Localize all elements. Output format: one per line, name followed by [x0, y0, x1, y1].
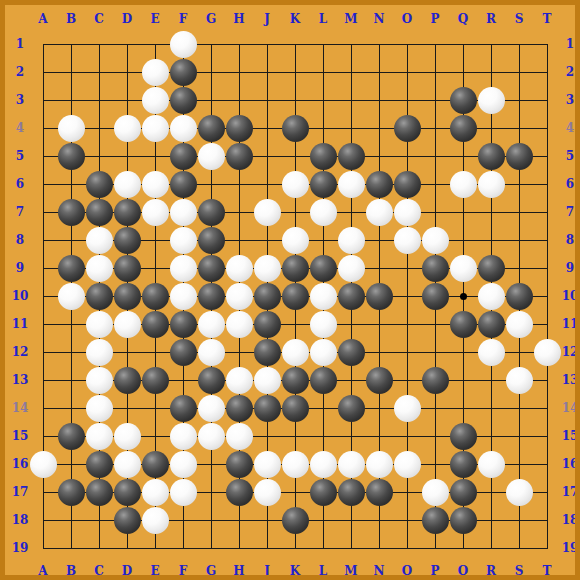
coord-label: 3	[566, 93, 574, 107]
black-stone[interactable]	[394, 115, 421, 142]
black-stone[interactable]	[338, 339, 365, 366]
white-stone[interactable]	[86, 339, 113, 366]
coord-label: 10	[12, 289, 29, 303]
white-stone[interactable]	[394, 395, 421, 422]
black-stone[interactable]	[282, 507, 309, 534]
coord-label: 16	[12, 457, 29, 471]
white-stone[interactable]	[170, 31, 197, 58]
black-stone[interactable]	[366, 171, 393, 198]
white-stone[interactable]	[282, 451, 309, 478]
coord-label: L	[319, 564, 327, 578]
black-stone[interactable]	[142, 451, 169, 478]
coord-label: 5	[566, 149, 574, 163]
black-stone[interactable]	[310, 171, 337, 198]
white-stone[interactable]	[86, 367, 113, 394]
black-stone[interactable]	[86, 451, 113, 478]
black-stone[interactable]	[450, 311, 477, 338]
white-stone[interactable]	[506, 479, 533, 506]
white-stone[interactable]	[226, 367, 253, 394]
black-stone[interactable]	[254, 395, 281, 422]
coord-label: 19	[12, 541, 29, 555]
white-stone[interactable]	[422, 227, 449, 254]
white-stone[interactable]	[422, 479, 449, 506]
black-stone[interactable]	[170, 143, 197, 170]
black-stone[interactable]	[310, 367, 337, 394]
coord-label: F	[179, 12, 188, 26]
white-stone[interactable]	[394, 199, 421, 226]
coord-label: M	[344, 12, 357, 26]
coord-label: C	[94, 12, 104, 26]
black-stone[interactable]	[310, 255, 337, 282]
black-stone[interactable]	[58, 255, 85, 282]
coord-label: N	[374, 12, 385, 26]
coord-label: S	[515, 12, 524, 26]
coord-label: G	[206, 12, 216, 26]
coord-label: 1	[566, 37, 574, 51]
black-stone[interactable]	[254, 339, 281, 366]
white-stone[interactable]	[86, 227, 113, 254]
white-stone[interactable]	[170, 255, 197, 282]
black-stone[interactable]	[310, 143, 337, 170]
white-stone[interactable]	[58, 115, 85, 142]
star-point[interactable]	[460, 293, 467, 300]
white-stone[interactable]	[254, 199, 281, 226]
coord-label: Q	[458, 564, 468, 578]
black-stone[interactable]	[114, 283, 141, 310]
white-stone[interactable]	[86, 395, 113, 422]
white-stone[interactable]	[282, 339, 309, 366]
white-stone[interactable]	[142, 59, 169, 86]
white-stone[interactable]	[170, 227, 197, 254]
coord-label: 12	[12, 345, 29, 359]
black-stone[interactable]	[86, 479, 113, 506]
white-stone[interactable]	[534, 339, 561, 366]
white-stone[interactable]	[142, 479, 169, 506]
white-stone[interactable]	[114, 423, 141, 450]
black-stone[interactable]	[226, 395, 253, 422]
coord-label: S	[515, 564, 524, 578]
black-stone[interactable]	[86, 199, 113, 226]
black-stone[interactable]	[282, 367, 309, 394]
white-stone[interactable]	[254, 451, 281, 478]
white-stone[interactable]	[142, 115, 169, 142]
coord-label: L	[319, 12, 327, 26]
white-stone[interactable]	[114, 171, 141, 198]
white-stone[interactable]	[478, 451, 505, 478]
black-stone[interactable]	[170, 87, 197, 114]
coord-label: R	[486, 564, 496, 578]
black-stone[interactable]	[170, 339, 197, 366]
coord-label: 2	[566, 65, 574, 79]
go-board-window: AABBCCDDEEFFGGHHJJKKLLMMNNOOPPQQRRSSTT11…	[0, 0, 580, 580]
white-stone[interactable]	[86, 311, 113, 338]
black-stone[interactable]	[254, 283, 281, 310]
white-stone[interactable]	[478, 339, 505, 366]
black-stone[interactable]	[450, 507, 477, 534]
black-stone[interactable]	[198, 367, 225, 394]
coord-label: 3	[16, 93, 24, 107]
black-stone[interactable]	[114, 227, 141, 254]
black-stone[interactable]	[450, 87, 477, 114]
white-stone[interactable]	[142, 87, 169, 114]
black-stone[interactable]	[114, 507, 141, 534]
white-stone[interactable]	[114, 451, 141, 478]
white-stone[interactable]	[506, 367, 533, 394]
white-stone[interactable]	[86, 255, 113, 282]
coord-label: B	[66, 12, 76, 26]
coord-label: 16	[562, 457, 579, 471]
coord-label: N	[374, 564, 385, 578]
coord-label: 11	[12, 317, 29, 331]
coord-label: 15	[562, 429, 579, 443]
white-stone[interactable]	[142, 171, 169, 198]
black-stone[interactable]	[366, 283, 393, 310]
coord-label: D	[122, 12, 132, 26]
white-stone[interactable]	[114, 311, 141, 338]
coord-label: 13	[562, 373, 579, 387]
coord-label: 1	[16, 37, 24, 51]
coord-label: 19	[562, 541, 579, 555]
black-stone[interactable]	[450, 423, 477, 450]
white-stone[interactable]	[310, 283, 337, 310]
coord-label: 14	[12, 401, 29, 415]
black-stone[interactable]	[198, 199, 225, 226]
coord-label: 2	[16, 65, 24, 79]
white-stone[interactable]	[198, 395, 225, 422]
coord-label: 13	[12, 373, 29, 387]
white-stone[interactable]	[142, 199, 169, 226]
white-stone[interactable]	[170, 115, 197, 142]
coord-label: P	[430, 564, 439, 578]
white-stone[interactable]	[226, 255, 253, 282]
coord-label: H	[233, 564, 244, 578]
black-stone[interactable]	[170, 311, 197, 338]
black-stone[interactable]	[422, 507, 449, 534]
coord-label: R	[486, 12, 496, 26]
white-stone[interactable]	[478, 171, 505, 198]
coord-label: K	[290, 12, 300, 26]
black-stone[interactable]	[86, 283, 113, 310]
coord-label: D	[122, 564, 132, 578]
coord-label: O	[402, 564, 412, 578]
coord-label: 6	[16, 177, 24, 191]
coord-label: F	[179, 564, 188, 578]
black-stone[interactable]	[450, 479, 477, 506]
white-stone[interactable]	[338, 255, 365, 282]
black-stone[interactable]	[450, 451, 477, 478]
white-stone[interactable]	[338, 451, 365, 478]
black-stone[interactable]	[422, 367, 449, 394]
black-stone[interactable]	[198, 255, 225, 282]
coord-label: 6	[566, 177, 574, 191]
white-stone[interactable]	[450, 171, 477, 198]
black-stone[interactable]	[366, 479, 393, 506]
grid-line	[547, 44, 548, 549]
black-stone[interactable]	[338, 479, 365, 506]
white-stone[interactable]	[198, 311, 225, 338]
coord-label: T	[543, 12, 552, 26]
white-stone[interactable]	[506, 311, 533, 338]
white-stone[interactable]	[170, 423, 197, 450]
white-stone[interactable]	[198, 423, 225, 450]
grid-line	[43, 548, 548, 549]
black-stone[interactable]	[226, 115, 253, 142]
coord-label: 12	[562, 345, 579, 359]
coord-label: 9	[16, 261, 24, 275]
black-stone[interactable]	[226, 451, 253, 478]
black-stone[interactable]	[422, 255, 449, 282]
coord-label: 5	[16, 149, 24, 163]
white-stone[interactable]	[282, 227, 309, 254]
coord-label: A	[38, 12, 47, 26]
black-stone[interactable]	[58, 143, 85, 170]
coord-label: 8	[566, 233, 574, 247]
white-stone[interactable]	[254, 255, 281, 282]
black-stone[interactable]	[478, 143, 505, 170]
black-stone[interactable]	[114, 255, 141, 282]
coord-label: 4	[16, 121, 24, 135]
black-stone[interactable]	[114, 199, 141, 226]
white-stone[interactable]	[310, 339, 337, 366]
white-stone[interactable]	[394, 227, 421, 254]
coord-label: E	[150, 12, 159, 26]
white-stone[interactable]	[226, 311, 253, 338]
coord-label: 18	[12, 513, 29, 527]
black-stone[interactable]	[170, 395, 197, 422]
white-stone[interactable]	[226, 283, 253, 310]
black-stone[interactable]	[254, 311, 281, 338]
coord-label: B	[66, 564, 76, 578]
black-stone[interactable]	[506, 143, 533, 170]
coord-label: 9	[566, 261, 574, 275]
white-stone[interactable]	[310, 451, 337, 478]
coord-label: 14	[562, 401, 579, 415]
black-stone[interactable]	[506, 283, 533, 310]
black-stone[interactable]	[478, 311, 505, 338]
black-stone[interactable]	[114, 367, 141, 394]
black-stone[interactable]	[142, 367, 169, 394]
coord-label: 7	[16, 205, 24, 219]
white-stone[interactable]	[142, 507, 169, 534]
white-stone[interactable]	[114, 115, 141, 142]
coord-label: 17	[12, 485, 29, 499]
white-stone[interactable]	[338, 227, 365, 254]
coord-label: J	[264, 564, 270, 578]
black-stone[interactable]	[310, 479, 337, 506]
black-stone[interactable]	[338, 143, 365, 170]
black-stone[interactable]	[282, 283, 309, 310]
black-stone[interactable]	[86, 171, 113, 198]
coord-label: G	[206, 564, 216, 578]
coord-label: H	[233, 12, 244, 26]
go-board[interactable]: AABBCCDDEEFFGGHHJJKKLLMMNNOOPPQQRRSSTT11…	[5, 5, 580, 580]
coord-label: O	[402, 12, 412, 26]
coord-label: 17	[562, 485, 579, 499]
coord-label: 10	[562, 289, 579, 303]
black-stone[interactable]	[422, 283, 449, 310]
black-stone[interactable]	[366, 367, 393, 394]
black-stone[interactable]	[338, 395, 365, 422]
black-stone[interactable]	[282, 115, 309, 142]
black-stone[interactable]	[394, 171, 421, 198]
white-stone[interactable]	[394, 451, 421, 478]
white-stone[interactable]	[366, 199, 393, 226]
black-stone[interactable]	[226, 479, 253, 506]
black-stone[interactable]	[142, 311, 169, 338]
black-stone[interactable]	[58, 423, 85, 450]
white-stone[interactable]	[282, 171, 309, 198]
white-stone[interactable]	[226, 423, 253, 450]
white-stone[interactable]	[254, 479, 281, 506]
coord-label: Q	[458, 12, 468, 26]
white-stone[interactable]	[58, 283, 85, 310]
white-stone[interactable]	[198, 339, 225, 366]
coord-label: 11	[562, 317, 579, 331]
coord-label: A	[38, 564, 47, 578]
white-stone[interactable]	[366, 451, 393, 478]
black-stone[interactable]	[198, 283, 225, 310]
coord-label: 18	[562, 513, 579, 527]
white-stone[interactable]	[170, 283, 197, 310]
black-stone[interactable]	[114, 479, 141, 506]
white-stone[interactable]	[86, 423, 113, 450]
coord-label: K	[290, 564, 300, 578]
black-stone[interactable]	[198, 115, 225, 142]
black-stone[interactable]	[198, 227, 225, 254]
black-stone[interactable]	[170, 59, 197, 86]
black-stone[interactable]	[58, 199, 85, 226]
white-stone[interactable]	[478, 283, 505, 310]
white-stone[interactable]	[170, 451, 197, 478]
coord-label: E	[150, 564, 159, 578]
black-stone[interactable]	[282, 395, 309, 422]
coord-label: 15	[12, 429, 29, 443]
white-stone[interactable]	[310, 199, 337, 226]
coord-label: 8	[16, 233, 24, 247]
coord-label: C	[94, 564, 104, 578]
white-stone[interactable]	[30, 451, 57, 478]
black-stone[interactable]	[226, 143, 253, 170]
coord-label: 4	[566, 121, 574, 135]
white-stone[interactable]	[310, 311, 337, 338]
white-stone[interactable]	[254, 367, 281, 394]
black-stone[interactable]	[450, 115, 477, 142]
black-stone[interactable]	[58, 479, 85, 506]
coord-label: M	[344, 564, 357, 578]
black-stone[interactable]	[142, 283, 169, 310]
black-stone[interactable]	[338, 283, 365, 310]
white-stone[interactable]	[170, 479, 197, 506]
coord-label: J	[264, 12, 270, 26]
white-stone[interactable]	[198, 143, 225, 170]
coord-label: 7	[566, 205, 574, 219]
white-stone[interactable]	[450, 255, 477, 282]
black-stone[interactable]	[282, 255, 309, 282]
black-stone[interactable]	[478, 255, 505, 282]
black-stone[interactable]	[170, 171, 197, 198]
coord-label: P	[430, 12, 439, 26]
white-stone[interactable]	[478, 87, 505, 114]
coord-label: T	[543, 564, 552, 578]
white-stone[interactable]	[338, 171, 365, 198]
white-stone[interactable]	[170, 199, 197, 226]
